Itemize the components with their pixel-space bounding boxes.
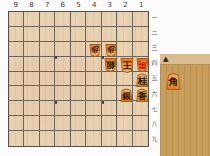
rank-label-1: 一 (149, 11, 160, 26)
square-7-1[interactable] (40, 12, 55, 27)
file-label-2: 2 (118, 1, 134, 10)
square-1-8[interactable] (133, 116, 148, 131)
file-label-6: 6 (55, 1, 71, 10)
square-7-6[interactable] (40, 86, 55, 101)
piece-sente-lance[interactable]: 香 (136, 88, 149, 102)
square-4-5[interactable] (86, 72, 101, 87)
piece-sente-knight[interactable]: 桂 (136, 73, 149, 87)
square-7-9[interactable] (40, 131, 55, 146)
square-8-1[interactable] (24, 12, 39, 27)
square-1-9[interactable] (133, 131, 148, 146)
square-4-6[interactable] (86, 86, 101, 101)
square-3-2[interactable] (102, 27, 117, 42)
square-5-7[interactable] (71, 101, 86, 116)
piece-gote-promoted-bishop[interactable]: 馬 (136, 58, 149, 72)
file-label-8: 8 (24, 1, 40, 10)
square-1-1[interactable] (133, 12, 148, 27)
rank-label-3: 三 (149, 41, 160, 56)
square-1-7[interactable] (133, 101, 148, 116)
square-9-3[interactable] (9, 42, 24, 57)
piece-gote-pawn[interactable]: 歩 (105, 44, 117, 57)
square-2-5[interactable] (117, 72, 132, 87)
file-label-7: 7 (39, 1, 55, 10)
piece-kanji: 香 (136, 88, 149, 102)
square-3-7[interactable] (102, 101, 117, 116)
sente-hand-panel: ▲ (160, 54, 210, 156)
square-8-9[interactable] (24, 131, 39, 146)
square-8-3[interactable] (24, 42, 39, 57)
square-9-6[interactable] (9, 86, 24, 101)
rank-label-7: 七 (149, 102, 160, 117)
square-5-9[interactable] (71, 131, 86, 146)
rank-label-8: 八 (149, 117, 160, 132)
piece-kanji: 歩 (105, 44, 117, 57)
square-3-8[interactable] (102, 116, 117, 131)
square-1-3[interactable] (133, 42, 148, 57)
square-8-7[interactable] (24, 101, 39, 116)
piece-kanji: 角 (166, 73, 181, 90)
square-7-4[interactable] (40, 57, 55, 72)
square-4-7[interactable] (86, 101, 101, 116)
square-9-5[interactable] (9, 72, 24, 87)
square-1-2[interactable] (133, 27, 148, 42)
square-3-5[interactable] (102, 72, 117, 87)
square-3-1[interactable] (102, 12, 117, 27)
piece-kanji: 歩 (89, 44, 101, 57)
rank-label-4: 四 (149, 56, 160, 71)
square-6-9[interactable] (55, 131, 70, 146)
rank-label-6: 六 (149, 87, 160, 102)
square-7-5[interactable] (40, 72, 55, 87)
sente-hand-header: ▲ (160, 54, 210, 65)
square-8-4[interactable] (24, 57, 39, 72)
square-9-8[interactable] (9, 116, 24, 131)
square-5-6[interactable] (71, 86, 86, 101)
piece-gote-silver[interactable]: 銀 (104, 58, 117, 72)
piece-kanji: 馬 (136, 58, 149, 72)
square-6-8[interactable] (55, 116, 70, 131)
piece-kanji: 銀 (120, 88, 133, 102)
shogi-diagram: 987654321 一二三四五六七八九 歩歩銀王馬桂銀香 ▲ 角 (0, 0, 210, 156)
square-8-5[interactable] (24, 72, 39, 87)
rank-label-2: 二 (149, 26, 160, 41)
square-4-4[interactable] (86, 57, 101, 72)
square-2-8[interactable] (117, 116, 132, 131)
square-5-5[interactable] (71, 72, 86, 87)
square-9-1[interactable] (9, 12, 24, 27)
square-5-3[interactable] (71, 42, 86, 57)
square-6-1[interactable] (55, 12, 70, 27)
square-5-2[interactable] (71, 27, 86, 42)
square-5-1[interactable] (71, 12, 86, 27)
square-4-1[interactable] (86, 12, 101, 27)
piece-kanji: 王 (120, 58, 134, 73)
piece-kanji: 桂 (136, 73, 149, 87)
square-9-9[interactable] (9, 131, 24, 146)
square-5-8[interactable] (71, 116, 86, 131)
piece-kanji: 銀 (104, 58, 117, 72)
square-6-5[interactable] (55, 72, 70, 87)
square-8-2[interactable] (24, 27, 39, 42)
square-9-2[interactable] (9, 27, 24, 42)
square-7-3[interactable] (40, 42, 55, 57)
square-6-4[interactable] (55, 57, 70, 72)
square-2-3[interactable] (117, 42, 132, 57)
square-3-6[interactable] (102, 86, 117, 101)
piece-gote-pawn[interactable]: 歩 (89, 44, 101, 57)
file-label-9: 9 (8, 1, 24, 10)
file-label-1: 1 (133, 1, 149, 10)
square-6-6[interactable] (55, 86, 70, 101)
square-8-8[interactable] (24, 116, 39, 131)
shogi-board: 歩歩銀王馬桂銀香 (8, 11, 149, 147)
rank-label-9: 九 (149, 132, 160, 147)
square-6-3[interactable] (55, 42, 70, 57)
hoshi-dot (55, 56, 58, 59)
square-2-9[interactable] (117, 131, 132, 146)
file-label-4: 4 (86, 1, 102, 10)
square-7-8[interactable] (40, 116, 55, 131)
square-4-2[interactable] (86, 27, 101, 42)
square-8-6[interactable] (24, 86, 39, 101)
square-9-7[interactable] (9, 101, 24, 116)
square-6-7[interactable] (55, 101, 70, 116)
rank-label-5: 五 (149, 71, 160, 86)
hand-piece-bishop[interactable]: 角 (166, 73, 181, 90)
square-5-4[interactable] (71, 57, 86, 72)
file-label-3: 3 (102, 1, 118, 10)
square-9-4[interactable] (9, 57, 24, 72)
square-3-9[interactable] (102, 131, 117, 146)
square-2-1[interactable] (117, 12, 132, 27)
square-2-2[interactable] (117, 27, 132, 42)
square-4-8[interactable] (86, 116, 101, 131)
square-7-7[interactable] (40, 101, 55, 116)
piece-gote-king[interactable]: 王 (120, 58, 134, 73)
square-7-2[interactable] (40, 27, 55, 42)
sente-marker: ▲ (163, 55, 168, 64)
board-squares (9, 12, 148, 146)
file-label-5: 5 (71, 1, 87, 10)
piece-sente-silver[interactable]: 銀 (120, 88, 133, 102)
square-6-2[interactable] (55, 27, 70, 42)
square-4-9[interactable] (86, 131, 101, 146)
square-2-7[interactable] (117, 101, 132, 116)
